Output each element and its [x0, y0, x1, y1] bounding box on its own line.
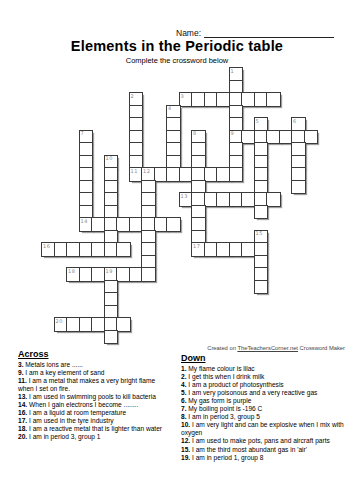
grid-cell[interactable] — [117, 218, 130, 231]
grid-cell[interactable] — [105, 318, 118, 331]
grid-cell[interactable] — [80, 168, 93, 181]
clue-number-label: 10. — [181, 421, 192, 428]
grid-cell[interactable]: 9 — [230, 131, 243, 144]
grid-cell[interactable] — [217, 93, 230, 106]
clue-item: 10. I am very light and can be explosive… — [181, 421, 347, 437]
clue-number-label: 11. — [18, 377, 29, 384]
grid-cell[interactable] — [105, 218, 118, 231]
clue-item: 9. I am a key element of sand — [18, 369, 170, 377]
clue-item: 7. My boiling point is -196 C — [181, 405, 347, 413]
grid-cell[interactable] — [230, 193, 243, 206]
grid-cell[interactable] — [217, 168, 230, 181]
clue-item: 11. I am a metal that makes a very brigh… — [18, 377, 170, 393]
grid-cell[interactable] — [117, 268, 130, 281]
grid-cell[interactable] — [105, 206, 118, 219]
grid-cell[interactable] — [80, 243, 93, 256]
grid-cell[interactable] — [55, 243, 68, 256]
grid-cell[interactable] — [255, 181, 268, 194]
grid-cell[interactable] — [255, 143, 268, 156]
grid-cell[interactable] — [67, 318, 80, 331]
grid-cell[interactable] — [167, 168, 180, 181]
credit-line: Created on TheTeachersCorner.net Crosswo… — [181, 345, 345, 351]
clue-item: 3. Metals ions are ...... — [18, 361, 170, 369]
grid-cell[interactable] — [255, 256, 268, 269]
cell-number: 19 — [106, 269, 113, 274]
grid-cell[interactable] — [255, 268, 268, 281]
clue-number-label: 14. — [18, 401, 29, 408]
name-blank-line[interactable] — [204, 27, 334, 38]
clue-item: 14. When I gain electrons I become .....… — [18, 401, 170, 409]
grid-cell[interactable] — [230, 243, 243, 256]
across-clue-list: 3. Metals ions are ......9. I am a key e… — [18, 361, 170, 442]
grid-cell[interactable] — [280, 131, 293, 144]
clue-number-label: 15. — [181, 446, 192, 453]
down-heading: Down — [181, 354, 347, 362]
cell-number: 5 — [256, 119, 260, 124]
grid-cell[interactable] — [230, 118, 243, 131]
grid-cell[interactable] — [105, 181, 118, 194]
grid-cell[interactable] — [192, 206, 205, 219]
grid-cell[interactable] — [242, 243, 255, 256]
grid-cell[interactable]: 10 — [105, 156, 118, 169]
grid-cell[interactable] — [230, 93, 243, 106]
grid-cell[interactable] — [105, 293, 118, 306]
cell-number: 3 — [181, 94, 185, 99]
grid-cell[interactable] — [142, 206, 155, 219]
page-title: Elements in the Periodic table — [0, 38, 354, 54]
grid-cell[interactable] — [242, 131, 255, 144]
grid-cell[interactable]: 3 — [180, 93, 193, 106]
grid-cell[interactable] — [92, 318, 105, 331]
grid-cell[interactable] — [67, 243, 80, 256]
grid-cell[interactable] — [267, 193, 280, 206]
clue-item: 17. I am used in the tyre industry — [18, 417, 170, 425]
grid-cell[interactable] — [142, 268, 155, 281]
grid-cell[interactable] — [255, 93, 268, 106]
grid-cell[interactable] — [255, 168, 268, 181]
clue-item: 2. I get this when I drink milk — [181, 373, 347, 381]
grid-cell[interactable] — [130, 143, 143, 156]
clue-item: 12. I am used to make pots, pans and air… — [181, 437, 347, 445]
grid-cell[interactable] — [230, 106, 243, 119]
cell-number: 1 — [231, 69, 235, 74]
grid-cell[interactable] — [305, 131, 318, 144]
grid-cell[interactable] — [292, 181, 305, 194]
grid-cell[interactable]: 19 — [105, 268, 118, 281]
clue-number-label: 5. — [181, 389, 188, 396]
grid-cell[interactable] — [167, 156, 180, 169]
grid-cell[interactable] — [80, 193, 93, 206]
grid-cell[interactable]: 5 — [255, 118, 268, 131]
grid-cell[interactable] — [130, 156, 143, 169]
grid-cell[interactable] — [105, 168, 118, 181]
grid-cell[interactable] — [92, 243, 105, 256]
clue-number-label: 12. — [181, 437, 192, 444]
grid-cell[interactable] — [255, 243, 268, 256]
cell-number: 2 — [131, 94, 135, 99]
grid-cell[interactable] — [130, 106, 143, 119]
grid-cell[interactable]: 7 — [80, 131, 93, 144]
grid-cell[interactable] — [292, 156, 305, 169]
grid-cell[interactable] — [205, 93, 218, 106]
name-row: Name: — [176, 27, 334, 38]
grid-cell[interactable]: 14 — [80, 218, 93, 231]
clue-number-label: 20. — [18, 433, 29, 440]
grid-cell[interactable] — [230, 156, 243, 169]
grid-cell[interactable] — [230, 81, 243, 94]
grid-cell[interactable]: 12 — [142, 168, 155, 181]
credit-suffix: Crossword Maker — [298, 345, 345, 351]
clue-item: 16. I am a liquid at room temperature — [18, 409, 170, 417]
grid-cell[interactable]: 16 — [42, 243, 55, 256]
grid-cell[interactable] — [192, 93, 205, 106]
page-subtitle: Complete the crossword below — [0, 56, 354, 65]
grid-cell[interactable] — [80, 156, 93, 169]
grid-cell[interactable] — [205, 168, 218, 181]
clue-number-label: 17. — [18, 417, 29, 424]
clue-item: 6. My gas form is purple — [181, 397, 347, 405]
clue-number-label: 6. — [181, 397, 188, 404]
grid-cell[interactable] — [242, 193, 255, 206]
grid-cell[interactable] — [255, 206, 268, 219]
clue-item: 1. My flame colour is lilac — [181, 365, 347, 373]
cell-number: 20 — [56, 319, 63, 324]
grid-cell[interactable] — [130, 268, 143, 281]
clue-number-label: 7. — [181, 405, 188, 412]
grid-cell[interactable]: 6 — [292, 118, 305, 131]
grid-cell[interactable] — [142, 218, 155, 231]
cell-number: 4 — [168, 106, 172, 111]
grid-cell[interactable] — [217, 193, 230, 206]
clue-number-label: 2. — [181, 373, 188, 380]
grid-cell[interactable] — [105, 331, 118, 344]
grid-cell[interactable] — [167, 218, 180, 231]
grid-cell[interactable] — [80, 143, 93, 156]
grid-cell[interactable] — [205, 193, 218, 206]
grid-cell[interactable]: 2 — [130, 93, 143, 106]
grid-cell[interactable] — [192, 156, 205, 169]
grid-cell[interactable] — [192, 143, 205, 156]
grid-cell[interactable] — [217, 243, 230, 256]
grid-cell[interactable] — [167, 143, 180, 156]
grid-cell[interactable] — [192, 193, 205, 206]
grid-cell[interactable] — [155, 168, 168, 181]
cell-number: 10 — [106, 156, 113, 161]
grid-cell[interactable] — [192, 231, 205, 244]
grid-cell[interactable]: 20 — [55, 318, 68, 331]
grid-cell[interactable] — [292, 131, 305, 144]
clue-number-label: 16. — [18, 409, 29, 416]
cell-number: 18 — [68, 269, 75, 274]
grid-cell[interactable]: 4 — [167, 106, 180, 119]
grid-cell[interactable] — [80, 181, 93, 194]
grid-cell[interactable] — [142, 256, 155, 269]
grid-cell[interactable] — [92, 268, 105, 281]
grid-cell[interactable] — [105, 193, 118, 206]
credit-link[interactable]: TheTeachersCorner.net — [237, 345, 298, 351]
grid-cell[interactable]: 1 — [230, 68, 243, 81]
clue-item: 18. I am a reactive metal that is lighte… — [18, 425, 170, 433]
grid-cell[interactable] — [105, 243, 118, 256]
down-clues-section: Down 1. My flame colour is lilac2. I get… — [181, 354, 347, 462]
clue-number-label: 19. — [181, 454, 192, 461]
grid-cell[interactable] — [180, 168, 193, 181]
cell-number: 15 — [256, 231, 263, 236]
cell-number: 17 — [193, 244, 200, 249]
grid-cell[interactable] — [255, 156, 268, 169]
grid-cell[interactable] — [142, 181, 155, 194]
grid-cell[interactable] — [117, 243, 130, 256]
grid-cell[interactable] — [92, 218, 105, 231]
grid-cell[interactable] — [142, 231, 155, 244]
cell-number: 8 — [193, 131, 197, 136]
grid-cell[interactable] — [80, 268, 93, 281]
name-label: Name: — [176, 28, 201, 38]
clue-number-label: 8. — [181, 413, 188, 420]
grid-cell[interactable]: 11 — [130, 168, 143, 181]
cell-number: 6 — [293, 119, 297, 124]
grid-cell[interactable] — [205, 243, 218, 256]
grid-cell[interactable] — [230, 143, 243, 156]
cell-number: 16 — [43, 244, 50, 249]
clue-item: 13. I am used in swimming pools to kill … — [18, 393, 170, 401]
grid-cell[interactable] — [80, 318, 93, 331]
clue-item: 5. I am very poisonous and a very reacti… — [181, 389, 347, 397]
grid-cell[interactable] — [167, 131, 180, 144]
clue-item: 8. I am in period 3, group 5 — [181, 413, 347, 421]
clue-number-label: 4. — [181, 381, 188, 388]
grid-cell[interactable]: 15 — [255, 231, 268, 244]
clue-number-label: 3. — [18, 361, 25, 368]
grid-cell[interactable] — [105, 231, 118, 244]
down-clue-list: 1. My flame colour is lilac2. I get this… — [181, 365, 347, 462]
clue-item: 4. I am a product of photosynthesis — [181, 381, 347, 389]
clue-item: 20. I am in period 3, group 1 — [18, 433, 170, 441]
cell-number: 12 — [143, 169, 150, 174]
grid-cell[interactable] — [292, 168, 305, 181]
clue-number-label: 18. — [18, 425, 29, 432]
clue-item: 15. I am the third most abundant gas in … — [181, 446, 347, 454]
grid-cell[interactable] — [117, 318, 130, 331]
grid-cell[interactable] — [105, 306, 118, 319]
clue-number-label: 1. — [181, 365, 188, 372]
grid-cell[interactable]: 13 — [180, 193, 193, 206]
cell-number: 7 — [81, 131, 85, 136]
clue-number-label: 13. — [18, 393, 29, 400]
grid-cell[interactable] — [267, 93, 280, 106]
grid-cell[interactable] — [255, 281, 268, 294]
grid-cell[interactable] — [292, 143, 305, 156]
across-clues-section: Across 3. Metals ions are ......9. I am … — [18, 350, 170, 442]
cell-number: 11 — [131, 169, 138, 174]
cell-number: 13 — [181, 194, 188, 199]
grid-cell[interactable] — [192, 181, 205, 194]
grid-cell[interactable] — [142, 243, 155, 256]
cell-number: 9 — [231, 131, 235, 136]
grid-cell[interactable]: 8 — [192, 131, 205, 144]
across-heading: Across — [18, 350, 170, 358]
grid-cell[interactable] — [130, 218, 143, 231]
grid-cell[interactable] — [130, 118, 143, 131]
grid-cell[interactable] — [242, 93, 255, 106]
grid-cell[interactable] — [267, 131, 280, 144]
grid-cell[interactable] — [230, 168, 243, 181]
crossword-grid: 1234567891011121314151617181920 — [42, 68, 317, 343]
grid-cell[interactable] — [80, 206, 93, 219]
grid-cell[interactable] — [192, 218, 205, 231]
grid-cell[interactable] — [192, 168, 205, 181]
grid-cell[interactable] — [142, 193, 155, 206]
clue-number-label: 9. — [18, 369, 25, 376]
cell-number: 14 — [81, 219, 88, 224]
grid-cell[interactable] — [167, 118, 180, 131]
clue-item: 19. I am in period 1, group 8 — [181, 454, 347, 462]
crossword-worksheet: { "header": { "name_label": "Name:", "ti… — [0, 0, 354, 500]
grid-cell[interactable] — [255, 131, 268, 144]
grid-cell[interactable] — [105, 281, 118, 294]
grid-cell[interactable]: 17 — [192, 243, 205, 256]
grid-cell[interactable] — [155, 218, 168, 231]
credit-prefix: Created on — [207, 345, 237, 351]
grid-cell[interactable] — [130, 131, 143, 144]
grid-cell[interactable]: 18 — [67, 268, 80, 281]
grid-cell[interactable] — [255, 193, 268, 206]
